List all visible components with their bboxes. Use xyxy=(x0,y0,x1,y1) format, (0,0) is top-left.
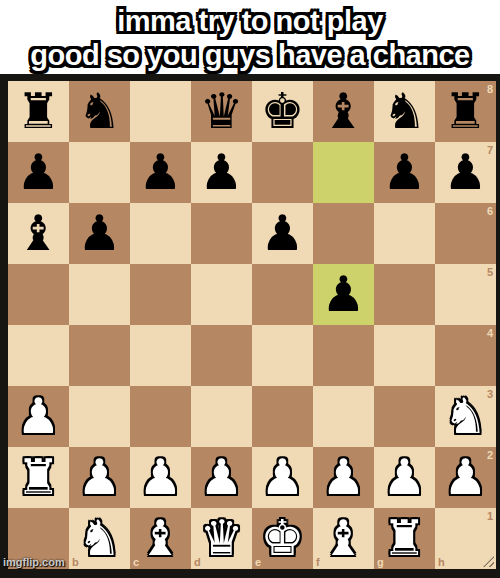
square-h3[interactable]: ♞3 xyxy=(435,386,496,447)
square-d2[interactable]: ♟ xyxy=(191,447,252,508)
square-d1[interactable]: ♛d xyxy=(191,508,252,569)
square-c6[interactable] xyxy=(130,203,191,264)
square-e3[interactable] xyxy=(252,386,313,447)
square-e2[interactable]: ♟ xyxy=(252,447,313,508)
square-d4[interactable] xyxy=(191,325,252,386)
piece-black-rook[interactable]: ♜ xyxy=(435,81,496,142)
piece-white-bishop[interactable]: ♝ xyxy=(130,508,191,569)
piece-white-pawn[interactable]: ♟ xyxy=(130,447,191,508)
board-resize-handle-icon[interactable] xyxy=(483,556,494,567)
rank-label-1: 1 xyxy=(487,510,493,522)
square-g2[interactable]: ♟ xyxy=(374,447,435,508)
file-label-h: h xyxy=(438,556,445,568)
square-c1[interactable]: ♝c xyxy=(130,508,191,569)
piece-black-pawn[interactable]: ♟ xyxy=(191,142,252,203)
piece-white-pawn[interactable]: ♟ xyxy=(435,447,496,508)
square-h1[interactable]: 1h xyxy=(435,508,496,569)
square-d8[interactable]: ♛ xyxy=(191,81,252,142)
file-label-a: a xyxy=(11,556,17,568)
piece-black-queen[interactable]: ♛ xyxy=(191,81,252,142)
piece-white-pawn[interactable]: ♟ xyxy=(191,447,252,508)
square-e7[interactable] xyxy=(252,142,313,203)
piece-black-pawn[interactable]: ♟ xyxy=(313,264,374,325)
square-c7[interactable]: ♟ xyxy=(130,142,191,203)
square-g3[interactable] xyxy=(374,386,435,447)
square-d3[interactable] xyxy=(191,386,252,447)
square-c5[interactable] xyxy=(130,264,191,325)
piece-white-pawn[interactable]: ♟ xyxy=(252,447,313,508)
meme-caption: imma try to not play good so you guys ha… xyxy=(0,0,500,74)
square-f8[interactable]: ♝ xyxy=(313,81,374,142)
rank-label-4: 4 xyxy=(487,327,493,339)
square-f3[interactable] xyxy=(313,386,374,447)
square-b1[interactable]: ♞b xyxy=(69,508,130,569)
square-b5[interactable] xyxy=(69,264,130,325)
square-e1[interactable]: ♚e xyxy=(252,508,313,569)
piece-black-pawn[interactable]: ♟ xyxy=(252,203,313,264)
piece-white-pawn[interactable]: ♟ xyxy=(69,447,130,508)
square-g1[interactable]: ♜g xyxy=(374,508,435,569)
square-e4[interactable] xyxy=(252,325,313,386)
rank-label-5: 5 xyxy=(487,266,493,278)
square-h2[interactable]: ♟2 xyxy=(435,447,496,508)
square-a4[interactable] xyxy=(8,325,69,386)
piece-black-pawn[interactable]: ♟ xyxy=(130,142,191,203)
piece-black-pawn[interactable]: ♟ xyxy=(8,142,69,203)
square-b7[interactable] xyxy=(69,142,130,203)
piece-white-bishop[interactable]: ♝ xyxy=(313,508,374,569)
square-h4[interactable]: 4 xyxy=(435,325,496,386)
square-a2[interactable]: ♜ xyxy=(8,447,69,508)
square-a1[interactable]: a xyxy=(8,508,69,569)
square-g6[interactable] xyxy=(374,203,435,264)
square-b4[interactable] xyxy=(69,325,130,386)
square-b8[interactable]: ♞ xyxy=(69,81,130,142)
square-f6[interactable] xyxy=(313,203,374,264)
square-d5[interactable] xyxy=(191,264,252,325)
square-h8[interactable]: ♜8 xyxy=(435,81,496,142)
square-h5[interactable]: 5 xyxy=(435,264,496,325)
piece-white-knight[interactable]: ♞ xyxy=(435,386,496,447)
piece-white-knight[interactable]: ♞ xyxy=(69,508,130,569)
piece-black-pawn[interactable]: ♟ xyxy=(69,203,130,264)
piece-black-bishop[interactable]: ♝ xyxy=(313,81,374,142)
square-g8[interactable]: ♞ xyxy=(374,81,435,142)
rank-label-6: 6 xyxy=(487,205,493,217)
piece-black-knight[interactable]: ♞ xyxy=(374,81,435,142)
square-c4[interactable] xyxy=(130,325,191,386)
square-a6[interactable]: ♝ xyxy=(8,203,69,264)
square-h7[interactable]: ♟7 xyxy=(435,142,496,203)
square-a3[interactable]: ♟ xyxy=(8,386,69,447)
square-f5[interactable]: ♟ xyxy=(313,264,374,325)
piece-black-king[interactable]: ♚ xyxy=(252,81,313,142)
square-f4[interactable] xyxy=(313,325,374,386)
chess-board: ♜♞♛♚♝♞♜8♟♟♟♟♟7♝♟♟6♟54♟♞3♜♟♟♟♟♟♟♟2a♞b♝c♛d… xyxy=(8,81,496,569)
piece-black-rook[interactable]: ♜ xyxy=(8,81,69,142)
square-a7[interactable]: ♟ xyxy=(8,142,69,203)
square-c3[interactable] xyxy=(130,386,191,447)
square-e8[interactable]: ♚ xyxy=(252,81,313,142)
square-d7[interactable]: ♟ xyxy=(191,142,252,203)
square-g7[interactable]: ♟ xyxy=(374,142,435,203)
square-h6[interactable]: 6 xyxy=(435,203,496,264)
piece-white-rook[interactable]: ♜ xyxy=(8,447,69,508)
square-b3[interactable] xyxy=(69,386,130,447)
piece-white-pawn[interactable]: ♟ xyxy=(313,447,374,508)
piece-white-king[interactable]: ♚ xyxy=(252,508,313,569)
piece-black-bishop[interactable]: ♝ xyxy=(8,203,69,264)
piece-black-knight[interactable]: ♞ xyxy=(69,81,130,142)
meme-image: imma try to not play good so you guys ha… xyxy=(0,0,500,578)
square-g5[interactable] xyxy=(374,264,435,325)
square-a5[interactable] xyxy=(8,264,69,325)
piece-black-pawn[interactable]: ♟ xyxy=(374,142,435,203)
piece-white-pawn[interactable]: ♟ xyxy=(8,386,69,447)
piece-white-queen[interactable]: ♛ xyxy=(191,508,252,569)
square-f1[interactable]: ♝f xyxy=(313,508,374,569)
square-a8[interactable]: ♜ xyxy=(8,81,69,142)
piece-black-pawn[interactable]: ♟ xyxy=(435,142,496,203)
square-e5[interactable] xyxy=(252,264,313,325)
caption-line-1: imma try to not play xyxy=(117,4,383,38)
square-c2[interactable]: ♟ xyxy=(130,447,191,508)
square-d6[interactable] xyxy=(191,203,252,264)
square-e6[interactable]: ♟ xyxy=(252,203,313,264)
square-c8[interactable] xyxy=(130,81,191,142)
piece-white-pawn[interactable]: ♟ xyxy=(374,447,435,508)
caption-line-2: good so you guys have a chance xyxy=(30,38,469,72)
square-f7[interactable] xyxy=(313,142,374,203)
square-b2[interactable]: ♟ xyxy=(69,447,130,508)
square-f2[interactable]: ♟ xyxy=(313,447,374,508)
square-g4[interactable] xyxy=(374,325,435,386)
piece-white-rook[interactable]: ♜ xyxy=(374,508,435,569)
square-b6[interactable]: ♟ xyxy=(69,203,130,264)
